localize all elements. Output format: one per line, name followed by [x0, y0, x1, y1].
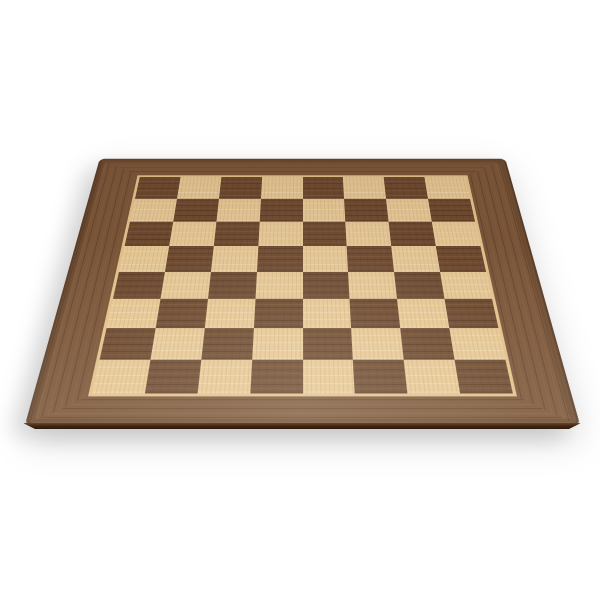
square-a4[interactable]	[112, 271, 164, 298]
square-h5[interactable]	[435, 245, 485, 271]
square-g7[interactable]	[386, 198, 432, 221]
square-b3[interactable]	[155, 298, 207, 327]
board-frame-bottom	[24, 396, 580, 426]
square-d8[interactable]	[260, 177, 302, 199]
square-g2[interactable]	[400, 328, 454, 359]
square-g3[interactable]	[397, 298, 449, 327]
square-h3[interactable]	[444, 298, 498, 327]
square-e2[interactable]	[302, 328, 353, 359]
square-e8[interactable]	[302, 177, 344, 199]
square-g6[interactable]	[388, 221, 435, 245]
square-a5[interactable]	[119, 245, 169, 271]
square-a8[interactable]	[135, 177, 180, 199]
square-f7[interactable]	[344, 198, 388, 221]
board-squares	[92, 177, 513, 393]
square-d6[interactable]	[258, 221, 302, 245]
square-e4[interactable]	[302, 271, 349, 298]
square-c5[interactable]	[210, 245, 257, 271]
square-b1[interactable]	[144, 359, 200, 393]
square-b4[interactable]	[160, 271, 210, 298]
square-d7[interactable]	[259, 198, 302, 221]
square-g8[interactable]	[383, 177, 427, 199]
square-a2[interactable]	[99, 328, 155, 359]
square-h1[interactable]	[454, 359, 512, 393]
square-c8[interactable]	[218, 177, 261, 199]
square-d5[interactable]	[256, 245, 302, 271]
square-f6[interactable]	[345, 221, 391, 245]
square-c7[interactable]	[216, 198, 260, 221]
square-g1[interactable]	[403, 359, 459, 393]
square-f5[interactable]	[346, 245, 393, 271]
square-a6[interactable]	[124, 221, 172, 245]
square-f3[interactable]	[349, 298, 400, 327]
square-e7[interactable]	[302, 198, 345, 221]
board-frame-top	[95, 158, 510, 175]
square-a7[interactable]	[130, 198, 177, 221]
square-b5[interactable]	[164, 245, 213, 271]
square-d3[interactable]	[253, 298, 302, 327]
square-g5[interactable]	[391, 245, 440, 271]
square-h4[interactable]	[440, 271, 492, 298]
square-h8[interactable]	[424, 177, 469, 199]
square-d2[interactable]	[251, 328, 302, 359]
square-c4[interactable]	[207, 271, 256, 298]
square-c6[interactable]	[213, 221, 259, 245]
square-c1[interactable]	[197, 359, 251, 393]
square-h7[interactable]	[428, 198, 475, 221]
chess-board	[24, 158, 580, 425]
square-h2[interactable]	[449, 328, 505, 359]
photo-background	[0, 0, 600, 600]
square-e6[interactable]	[302, 221, 346, 245]
square-f4[interactable]	[348, 271, 397, 298]
square-e1[interactable]	[302, 359, 355, 393]
board-shadow	[0, 0, 600, 600]
square-b7[interactable]	[173, 198, 219, 221]
square-d4[interactable]	[255, 271, 302, 298]
inlay-border	[88, 175, 517, 396]
square-a3[interactable]	[106, 298, 160, 327]
square-c2[interactable]	[201, 328, 253, 359]
square-f2[interactable]	[351, 328, 403, 359]
square-d1[interactable]	[249, 359, 302, 393]
square-b8[interactable]	[176, 177, 220, 199]
square-b6[interactable]	[169, 221, 216, 245]
square-g4[interactable]	[394, 271, 444, 298]
square-a1[interactable]	[92, 359, 150, 393]
square-h6[interactable]	[431, 221, 479, 245]
square-b2[interactable]	[150, 328, 204, 359]
square-e3[interactable]	[302, 298, 351, 327]
square-f1[interactable]	[353, 359, 407, 393]
board-front-edge	[23, 423, 581, 429]
square-e5[interactable]	[302, 245, 348, 271]
square-c3[interactable]	[204, 298, 255, 327]
square-f8[interactable]	[343, 177, 386, 199]
